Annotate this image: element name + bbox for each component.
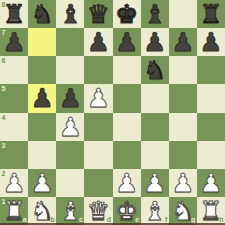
square-d4[interactable] xyxy=(84,113,112,141)
square-h3[interactable] xyxy=(197,141,225,169)
square-f3[interactable] xyxy=(141,141,169,169)
piece-black-pawn[interactable]: ♟ xyxy=(199,28,222,56)
piece-white-pawn[interactable]: ♟ xyxy=(199,169,222,197)
square-b7[interactable] xyxy=(28,28,56,56)
piece-black-rook[interactable]: ♜ xyxy=(199,0,222,28)
square-d6[interactable] xyxy=(84,56,112,84)
square-e1[interactable]: e♚ xyxy=(113,197,141,225)
piece-white-pawn[interactable]: ♟ xyxy=(2,169,25,197)
square-f5[interactable] xyxy=(141,84,169,112)
piece-black-queen[interactable]: ♛ xyxy=(87,0,110,28)
piece-white-pawn[interactable]: ♟ xyxy=(59,113,82,141)
piece-white-king[interactable]: ♚ xyxy=(115,197,138,225)
piece-black-knight[interactable]: ♞ xyxy=(143,56,166,84)
piece-black-pawn[interactable]: ♟ xyxy=(171,28,194,56)
piece-white-knight[interactable]: ♞ xyxy=(31,197,54,225)
square-c3[interactable] xyxy=(56,141,84,169)
piece-black-rook[interactable]: ♜ xyxy=(2,0,25,28)
square-f2[interactable]: ♟ xyxy=(141,169,169,197)
square-a7[interactable]: 7♟ xyxy=(0,28,28,56)
rank-label-5: 5 xyxy=(2,85,6,93)
square-b2[interactable]: ♟ xyxy=(28,169,56,197)
square-d1[interactable]: d♛ xyxy=(84,197,112,225)
rank-label-6: 6 xyxy=(2,57,6,65)
square-c4[interactable]: ♟ xyxy=(56,113,84,141)
square-e6[interactable] xyxy=(113,56,141,84)
square-g7[interactable]: ♟ xyxy=(169,28,197,56)
square-d2[interactable] xyxy=(84,169,112,197)
square-c2[interactable] xyxy=(56,169,84,197)
square-b4[interactable] xyxy=(28,113,56,141)
square-d3[interactable] xyxy=(84,141,112,169)
square-h7[interactable]: ♟ xyxy=(197,28,225,56)
square-a3[interactable]: 3 xyxy=(0,141,28,169)
piece-black-bishop[interactable]: ♝ xyxy=(59,0,82,28)
piece-white-pawn[interactable]: ♟ xyxy=(171,169,194,197)
square-h8[interactable]: ♜ xyxy=(197,0,225,28)
square-h2[interactable]: ♟ xyxy=(197,169,225,197)
square-d7[interactable]: ♟ xyxy=(84,28,112,56)
square-g3[interactable] xyxy=(169,141,197,169)
square-b1[interactable]: b♞ xyxy=(28,197,56,225)
square-f4[interactable] xyxy=(141,113,169,141)
square-a2[interactable]: 2♟ xyxy=(0,169,28,197)
square-c5[interactable]: ♟ xyxy=(56,84,84,112)
square-e5[interactable] xyxy=(113,84,141,112)
square-a5[interactable]: 5 xyxy=(0,84,28,112)
square-h6[interactable] xyxy=(197,56,225,84)
piece-white-pawn[interactable]: ♟ xyxy=(143,169,166,197)
square-e7[interactable]: ♟ xyxy=(113,28,141,56)
square-g1[interactable]: g♞ xyxy=(169,197,197,225)
square-b3[interactable] xyxy=(28,141,56,169)
square-g6[interactable] xyxy=(169,56,197,84)
square-h1[interactable]: h♜ xyxy=(197,197,225,225)
square-e2[interactable]: ♟ xyxy=(113,169,141,197)
square-a1[interactable]: 1a♜ xyxy=(0,197,28,225)
square-e3[interactable] xyxy=(113,141,141,169)
square-d8[interactable]: ♛ xyxy=(84,0,112,28)
piece-black-king[interactable]: ♚ xyxy=(115,0,138,28)
square-f7[interactable]: ♟ xyxy=(141,28,169,56)
piece-white-knight[interactable]: ♞ xyxy=(171,197,194,225)
square-b6[interactable] xyxy=(28,56,56,84)
piece-black-pawn[interactable]: ♟ xyxy=(59,84,82,112)
square-d5[interactable]: ♟ xyxy=(84,84,112,112)
square-b8[interactable]: ♞ xyxy=(28,0,56,28)
square-c1[interactable]: c♝ xyxy=(56,197,84,225)
piece-white-rook[interactable]: ♜ xyxy=(2,197,25,225)
piece-black-pawn[interactable]: ♟ xyxy=(143,28,166,56)
square-e4[interactable] xyxy=(113,113,141,141)
square-f1[interactable]: f♝ xyxy=(141,197,169,225)
piece-black-pawn[interactable]: ♟ xyxy=(87,28,110,56)
piece-black-bishop[interactable]: ♝ xyxy=(143,0,166,28)
piece-white-pawn[interactable]: ♟ xyxy=(115,169,138,197)
square-h4[interactable] xyxy=(197,113,225,141)
piece-white-pawn[interactable]: ♟ xyxy=(31,169,54,197)
square-g8[interactable] xyxy=(169,0,197,28)
square-c7[interactable] xyxy=(56,28,84,56)
piece-white-rook[interactable]: ♜ xyxy=(199,197,222,225)
piece-white-queen[interactable]: ♛ xyxy=(87,197,110,225)
square-a6[interactable]: 6 xyxy=(0,56,28,84)
piece-black-pawn[interactable]: ♟ xyxy=(115,28,138,56)
piece-black-knight[interactable]: ♞ xyxy=(31,0,54,28)
square-c6[interactable] xyxy=(56,56,84,84)
square-g5[interactable] xyxy=(169,84,197,112)
piece-white-bishop[interactable]: ♝ xyxy=(143,197,166,225)
rank-label-3: 3 xyxy=(2,142,6,150)
square-e8[interactable]: ♚ xyxy=(113,0,141,28)
piece-black-pawn[interactable]: ♟ xyxy=(31,84,54,112)
piece-white-bishop[interactable]: ♝ xyxy=(59,197,82,225)
piece-black-pawn[interactable]: ♟ xyxy=(2,28,25,56)
square-a8[interactable]: 8♜ xyxy=(0,0,28,28)
square-g2[interactable]: ♟ xyxy=(169,169,197,197)
square-c8[interactable]: ♝ xyxy=(56,0,84,28)
square-f6[interactable]: ♞ xyxy=(141,56,169,84)
square-h5[interactable] xyxy=(197,84,225,112)
square-a4[interactable]: 4 xyxy=(0,113,28,141)
piece-white-pawn[interactable]: ♟ xyxy=(87,84,110,112)
chess-board: 8♜♞♝♛♚♝♜7♟♟♟♟♟♟6♞5♟♟♟4♟32♟♟♟♟♟♟1a♜b♞c♝d♛… xyxy=(0,0,225,225)
square-g4[interactable] xyxy=(169,113,197,141)
square-f8[interactable]: ♝ xyxy=(141,0,169,28)
square-b5[interactable]: ♟ xyxy=(28,84,56,112)
rank-label-4: 4 xyxy=(2,114,6,122)
